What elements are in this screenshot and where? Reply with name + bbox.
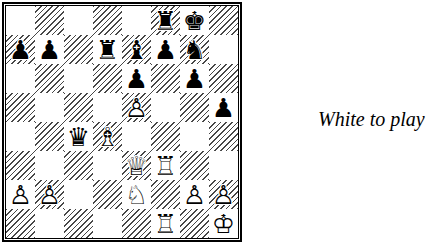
square-c1[interactable] xyxy=(64,209,93,238)
square-g4[interactable] xyxy=(180,122,209,151)
square-d7[interactable]: ♜ xyxy=(93,35,122,64)
square-g1[interactable] xyxy=(180,209,209,238)
black-rook: ♜ xyxy=(93,35,122,64)
white-pawn-fill: ♟ xyxy=(6,180,35,209)
square-e3[interactable]: ♛♕ xyxy=(122,151,151,180)
square-g5[interactable] xyxy=(180,93,209,122)
white-knight: ♘ xyxy=(122,180,151,209)
square-b6[interactable] xyxy=(35,64,64,93)
square-f7[interactable]: ♟ xyxy=(151,35,180,64)
square-f1[interactable]: ♜♖ xyxy=(151,209,180,238)
square-a4[interactable] xyxy=(6,122,35,151)
square-h7[interactable] xyxy=(209,35,238,64)
side-to-move-caption: White to play xyxy=(318,108,439,131)
white-pawn: ♙ xyxy=(180,180,209,209)
square-c4[interactable]: ♛ xyxy=(64,122,93,151)
white-pawn-fill: ♟ xyxy=(180,180,209,209)
white-pawn: ♙ xyxy=(6,180,35,209)
square-a2[interactable]: ♟♙ xyxy=(6,180,35,209)
white-bishop-fill: ♝ xyxy=(93,122,122,151)
square-f3[interactable]: ♜♖ xyxy=(151,151,180,180)
white-pawn: ♙ xyxy=(35,180,64,209)
square-f6[interactable] xyxy=(151,64,180,93)
white-rook: ♖ xyxy=(151,209,180,238)
square-g3[interactable] xyxy=(180,151,209,180)
black-pawn: ♟ xyxy=(35,35,64,64)
white-pawn-fill: ♟ xyxy=(35,180,64,209)
white-pawn: ♙ xyxy=(122,93,151,122)
chess-board-grid: ♜♚♟♟♜♝♟♞♟♟♟♙♟♛♝♗♛♕♜♖♟♙♟♙♞♘♟♙♟♙♜♖♚♔ xyxy=(6,6,238,238)
square-b2[interactable]: ♟♙ xyxy=(35,180,64,209)
square-g7[interactable]: ♞ xyxy=(180,35,209,64)
white-pawn: ♙ xyxy=(209,180,238,209)
white-pawn-fill: ♟ xyxy=(122,93,151,122)
black-pawn: ♟ xyxy=(122,64,151,93)
square-f8[interactable]: ♜ xyxy=(151,6,180,35)
white-knight-fill: ♞ xyxy=(122,180,151,209)
square-e7[interactable]: ♝ xyxy=(122,35,151,64)
square-c5[interactable] xyxy=(64,93,93,122)
square-a1[interactable] xyxy=(6,209,35,238)
square-d6[interactable] xyxy=(93,64,122,93)
white-king: ♔ xyxy=(209,209,238,238)
black-queen: ♛ xyxy=(64,122,93,151)
square-h2[interactable]: ♟♙ xyxy=(209,180,238,209)
black-king: ♚ xyxy=(180,6,209,35)
chess-board: ♜♚♟♟♜♝♟♞♟♟♟♙♟♛♝♗♛♕♜♖♟♙♟♙♞♘♟♙♟♙♜♖♚♔ xyxy=(2,2,242,242)
white-king-fill: ♚ xyxy=(209,209,238,238)
white-rook-fill: ♜ xyxy=(151,209,180,238)
square-e6[interactable]: ♟ xyxy=(122,64,151,93)
black-knight: ♞ xyxy=(180,35,209,64)
square-d4[interactable]: ♝♗ xyxy=(93,122,122,151)
square-a7[interactable]: ♟ xyxy=(6,35,35,64)
square-f2[interactable] xyxy=(151,180,180,209)
square-g2[interactable]: ♟♙ xyxy=(180,180,209,209)
square-h5[interactable]: ♟ xyxy=(209,93,238,122)
square-h4[interactable] xyxy=(209,122,238,151)
black-pawn: ♟ xyxy=(209,93,238,122)
square-b7[interactable]: ♟ xyxy=(35,35,64,64)
black-pawn: ♟ xyxy=(151,35,180,64)
black-pawn: ♟ xyxy=(180,64,209,93)
black-rook: ♜ xyxy=(151,6,180,35)
square-c8[interactable] xyxy=(64,6,93,35)
square-a8[interactable] xyxy=(6,6,35,35)
white-queen: ♕ xyxy=(122,151,151,180)
square-h1[interactable]: ♚♔ xyxy=(209,209,238,238)
square-b5[interactable] xyxy=(35,93,64,122)
black-bishop: ♝ xyxy=(122,35,151,64)
square-h3[interactable] xyxy=(209,151,238,180)
square-a6[interactable] xyxy=(6,64,35,93)
square-c2[interactable] xyxy=(64,180,93,209)
black-pawn: ♟ xyxy=(6,35,35,64)
white-rook-fill: ♜ xyxy=(151,151,180,180)
square-e5[interactable]: ♟♙ xyxy=(122,93,151,122)
square-e2[interactable]: ♞♘ xyxy=(122,180,151,209)
square-e4[interactable] xyxy=(122,122,151,151)
square-f4[interactable] xyxy=(151,122,180,151)
square-g8[interactable]: ♚ xyxy=(180,6,209,35)
square-d8[interactable] xyxy=(93,6,122,35)
white-queen-fill: ♛ xyxy=(122,151,151,180)
square-b8[interactable] xyxy=(35,6,64,35)
square-b4[interactable] xyxy=(35,122,64,151)
square-g6[interactable]: ♟ xyxy=(180,64,209,93)
chess-board-inner-frame: ♜♚♟♟♜♝♟♞♟♟♟♙♟♛♝♗♛♕♜♖♟♙♟♙♞♘♟♙♟♙♜♖♚♔ xyxy=(5,5,239,239)
square-e1[interactable] xyxy=(122,209,151,238)
square-d5[interactable] xyxy=(93,93,122,122)
square-c7[interactable] xyxy=(64,35,93,64)
square-h6[interactable] xyxy=(209,64,238,93)
square-c3[interactable] xyxy=(64,151,93,180)
white-bishop: ♗ xyxy=(93,122,122,151)
square-f5[interactable] xyxy=(151,93,180,122)
square-d2[interactable] xyxy=(93,180,122,209)
white-pawn-fill: ♟ xyxy=(209,180,238,209)
square-a5[interactable] xyxy=(6,93,35,122)
square-c6[interactable] xyxy=(64,64,93,93)
square-h8[interactable] xyxy=(209,6,238,35)
square-e8[interactable] xyxy=(122,6,151,35)
square-d3[interactable] xyxy=(93,151,122,180)
white-rook: ♖ xyxy=(151,151,180,180)
square-d1[interactable] xyxy=(93,209,122,238)
square-b1[interactable] xyxy=(35,209,64,238)
square-a3[interactable] xyxy=(6,151,35,180)
square-b3[interactable] xyxy=(35,151,64,180)
